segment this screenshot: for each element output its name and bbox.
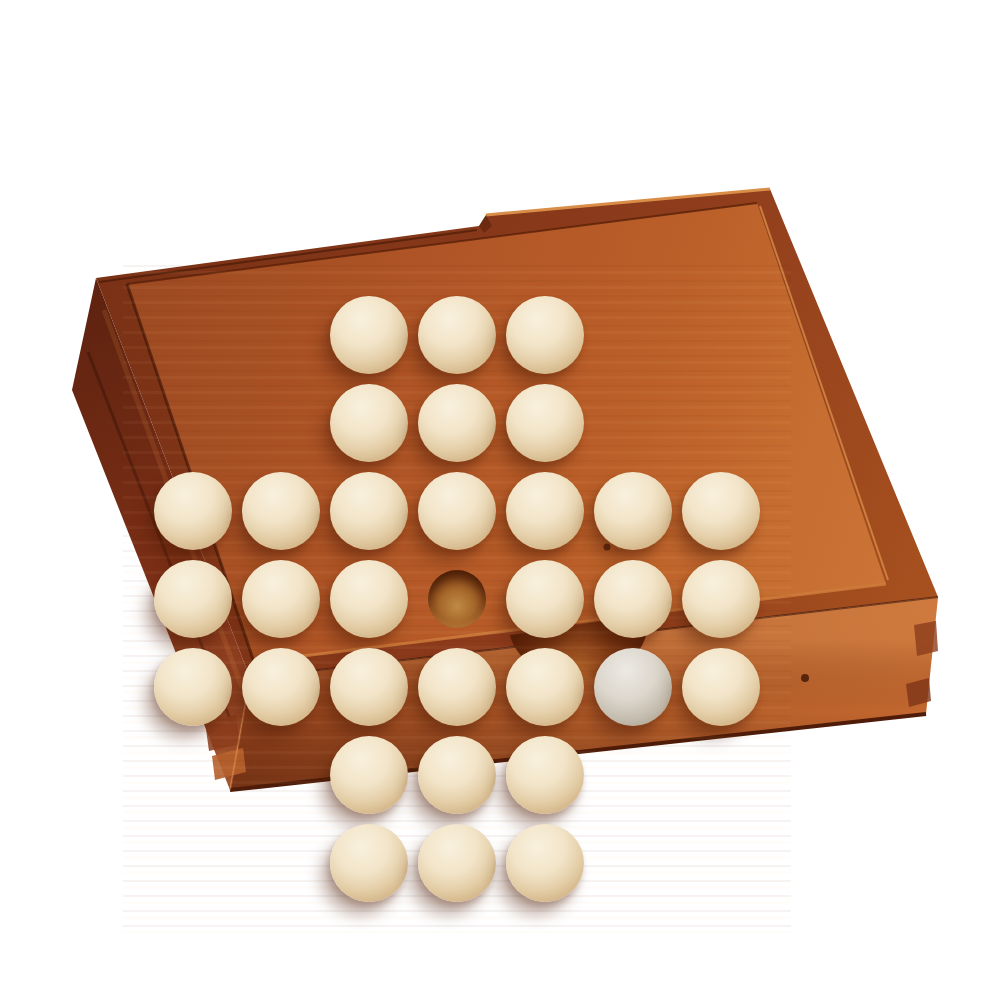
hole-r5c3[interactable] <box>413 731 501 819</box>
hole-r3c1[interactable] <box>237 555 325 643</box>
hole-r4c3[interactable] <box>413 643 501 731</box>
product-photo-peg-solitaire <box>0 0 1002 1002</box>
hole-r3c5[interactable] <box>589 555 677 643</box>
hole-r2c3[interactable] <box>413 467 501 555</box>
hole-r4c6[interactable] <box>677 643 765 731</box>
off-board-r6c6 <box>677 819 765 907</box>
peg-ball[interactable] <box>330 384 408 462</box>
peg-ball[interactable] <box>330 560 408 638</box>
peg-ball[interactable] <box>330 472 408 550</box>
hole-r0c2[interactable] <box>325 291 413 379</box>
hole-r4c4[interactable] <box>501 643 589 731</box>
off-board-r5c0 <box>149 731 237 819</box>
empty-center-hole[interactable] <box>428 570 486 628</box>
hole-r1c3[interactable] <box>413 379 501 467</box>
hole-r2c1[interactable] <box>237 467 325 555</box>
peg-ball[interactable] <box>506 296 584 374</box>
peg-ball[interactable] <box>682 472 760 550</box>
peg-ball[interactable] <box>418 296 496 374</box>
hole-r3c4[interactable] <box>501 555 589 643</box>
hole-r2c6[interactable] <box>677 467 765 555</box>
off-board-r0c5 <box>589 291 677 379</box>
hole-r3c6[interactable] <box>677 555 765 643</box>
hole-r4c0[interactable] <box>149 643 237 731</box>
peg-ball[interactable] <box>330 824 408 902</box>
peg-ball[interactable] <box>154 648 232 726</box>
off-board-r5c6 <box>677 731 765 819</box>
off-board-r1c5 <box>589 379 677 467</box>
off-board-r0c1 <box>237 291 325 379</box>
peg-ball[interactable] <box>682 560 760 638</box>
peg-ball[interactable] <box>506 384 584 462</box>
hole-r2c5[interactable] <box>589 467 677 555</box>
peg-ball[interactable] <box>418 648 496 726</box>
hole-r1c4[interactable] <box>501 379 589 467</box>
off-board-r6c0 <box>149 819 237 907</box>
peg-ball[interactable] <box>418 384 496 462</box>
hole-r2c0[interactable] <box>149 467 237 555</box>
peg-ball[interactable] <box>330 736 408 814</box>
peg-ball[interactable] <box>242 560 320 638</box>
peg-ball[interactable] <box>330 648 408 726</box>
peg-ball[interactable] <box>506 472 584 550</box>
hole-r0c3[interactable] <box>413 291 501 379</box>
peg-ball[interactable] <box>506 736 584 814</box>
off-board-r5c5 <box>589 731 677 819</box>
peg-ball[interactable] <box>154 472 232 550</box>
peg-ball[interactable] <box>506 648 584 726</box>
off-board-r6c1 <box>237 819 325 907</box>
hole-r3c3[interactable] <box>413 555 501 643</box>
peg-ball-gray[interactable] <box>594 648 672 726</box>
off-board-r0c0 <box>149 291 237 379</box>
hole-r5c4[interactable] <box>501 731 589 819</box>
peg-ball[interactable] <box>154 560 232 638</box>
hole-r3c0[interactable] <box>149 555 237 643</box>
off-board-r1c1 <box>237 379 325 467</box>
hole-r4c5[interactable] <box>589 643 677 731</box>
hole-r6c3[interactable] <box>413 819 501 907</box>
hole-r2c2[interactable] <box>325 467 413 555</box>
peg-ball[interactable] <box>242 648 320 726</box>
finger-joint <box>914 621 938 656</box>
off-board-r6c5 <box>589 819 677 907</box>
peg-ball[interactable] <box>682 648 760 726</box>
peg-ball[interactable] <box>242 472 320 550</box>
off-board-r1c6 <box>677 379 765 467</box>
peg-ball[interactable] <box>594 560 672 638</box>
wood-knot-front <box>801 674 809 682</box>
off-board-r0c6 <box>677 291 765 379</box>
peg-ball[interactable] <box>418 736 496 814</box>
hole-r0c4[interactable] <box>501 291 589 379</box>
hole-r1c2[interactable] <box>325 379 413 467</box>
peg-ball[interactable] <box>506 824 584 902</box>
hole-r5c2[interactable] <box>325 731 413 819</box>
off-board-r5c1 <box>237 731 325 819</box>
solitaire-board-grid <box>123 265 791 933</box>
off-board-r1c0 <box>149 379 237 467</box>
peg-ball[interactable] <box>506 560 584 638</box>
hole-r6c4[interactable] <box>501 819 589 907</box>
hole-r4c1[interactable] <box>237 643 325 731</box>
hole-r2c4[interactable] <box>501 467 589 555</box>
hole-r6c2[interactable] <box>325 819 413 907</box>
peg-ball[interactable] <box>418 472 496 550</box>
hole-r4c2[interactable] <box>325 643 413 731</box>
peg-ball[interactable] <box>418 824 496 902</box>
hole-r3c2[interactable] <box>325 555 413 643</box>
peg-ball[interactable] <box>594 472 672 550</box>
peg-ball[interactable] <box>330 296 408 374</box>
